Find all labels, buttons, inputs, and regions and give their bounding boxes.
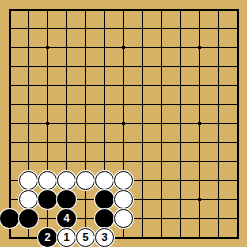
white-stone: 5 xyxy=(76,228,95,247)
white-stone: 1 xyxy=(57,228,76,247)
white-stone xyxy=(95,171,114,190)
go-board[interactable]: 42153 xyxy=(0,0,247,247)
black-stone xyxy=(19,209,38,228)
white-stone: 3 xyxy=(95,228,114,247)
black-stone xyxy=(95,209,114,228)
white-stone xyxy=(19,171,38,190)
white-stone xyxy=(114,190,133,209)
black-stone xyxy=(38,190,57,209)
black-stone xyxy=(57,190,76,209)
move-number-label: 5 xyxy=(82,232,88,243)
white-stone xyxy=(114,171,133,190)
white-stone xyxy=(57,171,76,190)
move-number-label: 1 xyxy=(63,232,69,243)
black-stone: 2 xyxy=(38,228,57,247)
white-stone xyxy=(38,171,57,190)
white-stone xyxy=(76,171,95,190)
white-stone xyxy=(19,190,38,209)
black-stone xyxy=(95,190,114,209)
white-stone xyxy=(114,209,133,228)
move-number-label: 2 xyxy=(44,232,50,243)
move-number-label: 4 xyxy=(63,213,69,224)
move-number-label: 3 xyxy=(101,232,107,243)
stones-grid: 42153 xyxy=(0,0,247,247)
black-stone: 4 xyxy=(57,209,76,228)
black-stone xyxy=(0,209,19,228)
